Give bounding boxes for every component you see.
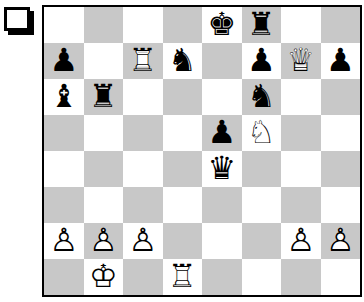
square-b2[interactable]: ♟♙ (84, 223, 124, 259)
black-rook-piece: ♜ (242, 7, 282, 43)
square-a3[interactable] (44, 187, 84, 223)
square-a7[interactable]: ♟ (44, 43, 84, 79)
square-e5[interactable]: ♟ (202, 115, 242, 151)
square-a8[interactable] (44, 7, 84, 43)
square-b6[interactable]: ♜ (84, 79, 124, 115)
white-pawn-piece: ♟♙ (281, 223, 321, 259)
square-e7[interactable] (202, 43, 242, 79)
square-d8[interactable] (163, 7, 203, 43)
square-h5[interactable] (321, 115, 361, 151)
black-knight-piece: ♞ (242, 79, 282, 115)
square-d2[interactable] (163, 223, 203, 259)
square-g5[interactable] (281, 115, 321, 151)
black-queen-piece: ♛ (202, 151, 242, 187)
white-pawn-piece: ♟♙ (321, 223, 361, 259)
white-knight-piece: ♞♘ (242, 115, 282, 151)
square-d4[interactable] (163, 151, 203, 187)
square-g4[interactable] (281, 151, 321, 187)
square-c6[interactable] (123, 79, 163, 115)
square-a2[interactable]: ♟♙ (44, 223, 84, 259)
square-a5[interactable] (44, 115, 84, 151)
square-a4[interactable] (44, 151, 84, 187)
square-c7[interactable]: ♜♖ (123, 43, 163, 79)
square-f3[interactable] (242, 187, 282, 223)
square-f2[interactable] (242, 223, 282, 259)
black-pawn-piece: ♟ (44, 43, 84, 79)
black-knight-piece: ♞ (163, 43, 203, 79)
square-c1[interactable] (123, 259, 163, 295)
square-f4[interactable] (242, 151, 282, 187)
square-d7[interactable]: ♞ (163, 43, 203, 79)
square-g1[interactable] (281, 259, 321, 295)
square-g6[interactable] (281, 79, 321, 115)
square-e8[interactable]: ♚ (202, 7, 242, 43)
square-f5[interactable]: ♞♘ (242, 115, 282, 151)
square-c3[interactable] (123, 187, 163, 223)
square-h7[interactable]: ♟ (321, 43, 361, 79)
square-h8[interactable] (321, 7, 361, 43)
square-c2[interactable]: ♟♙ (123, 223, 163, 259)
square-e6[interactable] (202, 79, 242, 115)
square-f1[interactable] (242, 259, 282, 295)
square-b1[interactable]: ♚♔ (84, 259, 124, 295)
square-e1[interactable] (202, 259, 242, 295)
square-b3[interactable] (84, 187, 124, 223)
square-h4[interactable] (321, 151, 361, 187)
white-pawn-piece: ♟♙ (123, 223, 163, 259)
square-h1[interactable] (321, 259, 361, 295)
square-h2[interactable]: ♟♙ (321, 223, 361, 259)
square-g8[interactable] (281, 7, 321, 43)
square-e3[interactable] (202, 187, 242, 223)
square-c4[interactable] (123, 151, 163, 187)
chess-diagram: ♚♜♟♜♖♞♟♛♕♟♝♜♞♟♞♘♛♟♙♟♙♟♙♟♙♟♙♚♔♜♖ (0, 0, 364, 302)
square-e2[interactable] (202, 223, 242, 259)
white-rook-piece: ♜♖ (163, 259, 203, 295)
square-c5[interactable] (123, 115, 163, 151)
black-pawn-piece: ♟ (321, 43, 361, 79)
black-rook-piece: ♜ (84, 79, 124, 115)
square-f6[interactable]: ♞ (242, 79, 282, 115)
white-pawn-piece: ♟♙ (44, 223, 84, 259)
square-b4[interactable] (84, 151, 124, 187)
white-rook-piece: ♜♖ (123, 43, 163, 79)
black-pawn-piece: ♟ (242, 43, 282, 79)
square-f8[interactable]: ♜ (242, 7, 282, 43)
white-queen-piece: ♛♕ (281, 43, 321, 79)
square-h3[interactable] (321, 187, 361, 223)
black-bishop-piece: ♝ (44, 79, 84, 115)
square-d1[interactable]: ♜♖ (163, 259, 203, 295)
square-g2[interactable]: ♟♙ (281, 223, 321, 259)
square-b8[interactable] (84, 7, 124, 43)
black-king-piece: ♚ (202, 7, 242, 43)
square-h6[interactable] (321, 79, 361, 115)
square-e4[interactable]: ♛ (202, 151, 242, 187)
square-b7[interactable] (84, 43, 124, 79)
chess-board: ♚♜♟♜♖♞♟♛♕♟♝♜♞♟♞♘♛♟♙♟♙♟♙♟♙♟♙♚♔♜♖ (42, 5, 362, 297)
square-d5[interactable] (163, 115, 203, 151)
square-d6[interactable] (163, 79, 203, 115)
square-a6[interactable]: ♝ (44, 79, 84, 115)
white-pawn-piece: ♟♙ (84, 223, 124, 259)
square-a1[interactable] (44, 259, 84, 295)
square-b5[interactable] (84, 115, 124, 151)
black-pawn-piece: ♟ (202, 115, 242, 151)
square-g7[interactable]: ♛♕ (281, 43, 321, 79)
square-g3[interactable] (281, 187, 321, 223)
square-d3[interactable] (163, 187, 203, 223)
white-to-move-indicator-icon (4, 7, 30, 31)
square-c8[interactable] (123, 7, 163, 43)
white-king-piece: ♚♔ (84, 259, 124, 295)
square-f7[interactable]: ♟ (242, 43, 282, 79)
